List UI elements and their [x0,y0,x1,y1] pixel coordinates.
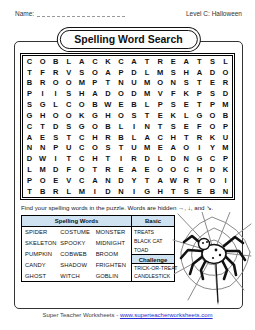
grid-cell: B [114,132,127,143]
grid-cell: I [36,89,49,100]
name-field: Name: [15,10,125,17]
grid-cell: M [141,89,154,100]
grid-cell: P [49,143,62,154]
spelling-word: FRIGHTEN [96,262,131,268]
grid-cell: T [193,56,206,67]
grid-cell: C [75,175,88,186]
grid-cell: O [49,78,62,89]
spelling-word: GHOST [25,273,60,279]
grid-cell: C [23,56,36,67]
grid-cell: K [75,110,88,121]
grid-cell: O [206,175,219,186]
grid-cell: N [114,78,127,89]
grid-cell: E [167,56,180,67]
footer: Super Teacher Worksheets - www.superteac… [0,312,255,318]
grid-cell: H [154,186,167,197]
grid-cell: O [206,110,219,121]
grid-cell: P [23,175,36,186]
grid-cell: D [206,67,219,78]
grid-cell: O [154,164,167,175]
grid-cell: N [219,186,232,197]
grid-cell: R [193,132,206,143]
grid-cell: L [219,56,232,67]
grid-cell: S [62,121,75,132]
grid-cell: M [219,143,232,154]
grid-cell: P [206,99,219,110]
basic-challenge-table: Basic TREATSBLACK CATTOAD Challenge TRIC… [131,215,175,282]
grid-cell: T [62,154,75,165]
grid-cell: R [219,78,232,89]
page-header: Name: Level C: Halloween [15,10,242,17]
instructions-text: Find your spelling words in the puzzle. … [21,204,238,211]
grid-cell: I [128,121,141,132]
grid-cell: O [62,110,75,121]
grid-cell: I [49,89,62,100]
spelling-word: GOBLIN [96,273,131,279]
grid-cell: T [167,186,180,197]
grid-cell: O [154,78,167,89]
name-blank-line[interactable] [37,10,125,17]
grid-cell: O [167,164,180,175]
grid-cell: F [62,164,75,175]
grid-cell: S [128,110,141,121]
grid-cell: T [141,110,154,121]
spelling-word: MIDNIGHT [96,240,131,246]
grid-cell: M [75,186,88,197]
grid-cell: E [49,175,62,186]
challenge-words-body: TRICK-OR-TREATCANDLESTICK [132,264,174,280]
spelling-words-header: Spelling Words [22,216,131,227]
grid-cell: I [193,143,206,154]
challenge-word: CANDLESTICK [134,273,174,279]
grid-cell: U [128,78,141,89]
grid-cell: S [23,99,36,110]
grid-cell: T [154,121,167,132]
grid-cell: H [180,67,193,78]
spelling-word: BROOM [96,251,131,257]
grid-cell: G [193,110,206,121]
grid-cell: B [101,121,114,132]
grid-cell: A [167,143,180,154]
grid-cell: O [75,164,88,175]
basic-word: BLACK CAT [134,238,174,244]
grid-cell: T [23,67,36,78]
grid-cell: L [114,121,127,132]
grid-cell: D [101,186,114,197]
grid-cell: D [49,121,62,132]
grid-cell: L [154,154,167,165]
grid-cell: T [114,143,127,154]
grid-cell: T [193,99,206,110]
challenge-word: TRICK-OR-TREAT [134,265,174,271]
grid-cell: R [49,186,62,197]
spelling-word: SKELETON [25,240,60,246]
grid-cell: R [49,67,62,78]
spelling-words-table: Spelling Words SPIDERCOSTUMEMONSTERSKELE… [21,215,132,282]
spelling-word: COSTUME [60,229,95,235]
grid-cell: S [167,121,180,132]
grid-cell: C [75,132,88,143]
grid-cell: W [167,175,180,186]
spelling-words-body: SPIDERCOSTUMEMONSTERSKELETONSPOOKYMIDNIG… [22,227,131,281]
spelling-word: CANDY [25,262,60,268]
grid-cell: T [141,56,154,67]
grid-cell: V [154,89,167,100]
grid-cell: H [101,110,114,121]
grid-cell: W [101,99,114,110]
footer-link[interactable]: www.superteacherworksheets.com [120,312,213,318]
spelling-word: SPOOKY [60,240,95,246]
word-row: PUMPKINCOBWEBBROOM [25,251,131,257]
grid-cell: K [219,164,232,175]
grid-cell: D [23,154,36,165]
grid-cell: O [88,121,101,132]
grid-cell: Y [128,175,141,186]
spelling-word: SPIDER [25,229,60,235]
grid-cell: L [128,132,141,143]
grid-cell: O [180,143,193,154]
grid-cell: A [88,175,101,186]
grid-cell: L [62,186,75,197]
grid-cell: O [88,67,101,78]
grid-cell: S [180,78,193,89]
grid-cell: A [75,56,88,67]
grid-cell: D [49,164,62,175]
basic-word: TOAD [134,247,174,253]
grid-cell: F [36,67,49,78]
grid-cell: I [219,175,232,186]
grid-cell: L [23,164,36,175]
grid-cell: E [180,99,193,110]
grid-cell: A [128,164,141,175]
grid-cell: D [114,175,127,186]
grid-cell: C [154,132,167,143]
grid-cell: P [193,89,206,100]
grid-cell: V [62,175,75,186]
word-row: SKELETONSPOOKYMIDNIGHT [25,240,131,246]
footer-text: Super Teacher Worksheets - [42,312,118,318]
grid-cell: M [219,99,232,110]
grid-cell: C [75,154,88,165]
word-grid: COBLACKCATREATSLTFRVSOAPDLMSHADOBROOMPTN… [20,53,235,200]
word-row: SPIDERCOSTUMEMONSTER [25,229,131,235]
grid-cell: H [36,110,49,121]
grid-cell: B [219,110,232,121]
grid-cell: L [62,56,75,67]
grid-cell: R [180,175,193,186]
grid-cell: O [36,56,49,67]
spelling-word: PUMPKIN [25,251,60,257]
grid-cell: D [206,164,219,175]
grid-cell: S [167,99,180,110]
grid-cell: T [88,164,101,175]
grid-cell: Y [206,143,219,154]
grid-cell: V [62,67,75,78]
grid-cell: O [49,110,62,121]
grid-cell: P [23,89,36,100]
grid-cell: A [101,67,114,78]
grid-cell: F [193,121,206,132]
grid-cell: U [128,143,141,154]
grid-cell: W [36,154,49,165]
grid-cell: C [88,56,101,67]
spider-web-illustration [172,212,252,305]
grid-cell: M [141,78,154,89]
grid-cell: O [36,175,49,186]
grid-cell: A [193,67,206,78]
grid-cell: E [206,78,219,89]
grid-cell: R [101,132,114,143]
grid-cell: T [193,175,206,186]
grid-cell: S [206,89,219,100]
grid-cell: T [141,175,154,186]
grid-cell: P [219,154,232,165]
grid-cell: T [193,78,206,89]
grid-cell: O [88,143,101,154]
name-label: Name: [15,10,34,17]
grid-cell: K [101,56,114,67]
grid-cell: P [219,121,232,132]
grid-cell: C [180,164,193,175]
grid-cell: R [36,78,49,89]
grid-cell: T [180,132,193,143]
grid-cell: N [167,78,180,89]
grid-cell: S [167,67,180,78]
grid-cell: P [88,78,101,89]
grid-cell: I [88,186,101,197]
grid-cell: B [206,186,219,197]
spelling-word: WITCH [60,273,95,279]
grid-cell: I [49,154,62,165]
grid-cell: N [180,154,193,165]
grid-cell: P [114,67,127,78]
grid-cell: O [114,89,127,100]
grid-cell: D [141,154,154,165]
grid-cell: D [167,154,180,165]
grid-cell: H [193,164,206,175]
grid-cell: B [88,99,101,110]
grid-cell: O [62,78,75,89]
grid-cell: E [141,164,154,175]
worksheet-frame: Spelling Word Search COBLACKCATREATSLTFR… [14,41,243,309]
basic-header: Basic [132,216,174,227]
level-label: Level C: Halloween [186,10,242,17]
grid-cell: T [36,121,49,132]
grid-cell: A [154,175,167,186]
grid-cell: H [88,154,101,165]
grid-cell: D [219,89,232,100]
grid-cell: C [23,121,36,132]
grid-cell: N [101,175,114,186]
grid-cell: C [62,99,75,110]
grid-cell: K [180,89,193,100]
grid-cell: A [141,132,154,143]
grid-cell: E [114,99,127,110]
grid-cell: C [75,143,88,154]
grid-cell: M [36,164,49,175]
grid-cell: H [75,89,88,100]
grid-cell: R [128,154,141,165]
grid-cell: G [193,154,206,165]
grid-cell: G [88,110,101,121]
grid-cell: H [88,132,101,143]
basic-words-body: TREATSBLACK CATTOAD [132,227,174,254]
grid-cell: A [128,56,141,67]
grid-cell: S [75,67,88,78]
grid-cell: S [62,89,75,100]
grid-cell: D [101,89,114,100]
grid-cell: E [36,132,49,143]
grid-cell: B [36,186,49,197]
grid-cell: E [154,110,167,121]
grid-cell: R [101,164,114,175]
word-row: GHOSTWITCHGOBLIN [25,273,131,279]
grid-cell: L [141,99,154,110]
grid-cell: T [23,186,36,197]
grid-cell: E [193,186,206,197]
grid-cell: M [75,78,88,89]
word-row: CANDYSHADOWFRIGHTEN [25,262,131,268]
grid-cell: C [114,56,127,67]
grid-cell: C [206,154,219,165]
challenge-header: Challenge [132,254,174,264]
grid-cell: E [154,143,167,154]
grid-cell: G [23,110,36,121]
grid-cell: U [62,143,75,154]
spelling-word: COBWEB [60,251,95,257]
grid-cell: L [49,99,62,110]
grid-cell: R [154,56,167,67]
grid-cell: G [141,186,154,197]
grid-cell: K [206,132,219,143]
grid-cell: S [206,56,219,67]
page-title: Spelling Word Search [59,30,197,49]
grid-cell: O [206,121,219,132]
grid-cell: K [167,110,180,121]
grid-cell: O [75,99,88,110]
grid-cell: I [128,186,141,197]
grid-cell: B [49,56,62,67]
grid-cell: D [128,67,141,78]
grid-cell: H [167,132,180,143]
basic-word: TREATS [134,229,174,235]
grid-cell: B [23,78,36,89]
grid-cell: O [114,110,127,121]
grid-cell: G [75,121,88,132]
grid-cell: E [180,121,193,132]
grid-cell: A [88,89,101,100]
grid-cell: D [128,89,141,100]
grid-cell: T [101,78,114,89]
grid-cell: N [141,121,154,132]
grid-cell: T [62,132,75,143]
grid-cell: S [101,143,114,154]
grid-cell: T [101,154,114,165]
grid-cell: N [114,186,127,197]
grid-cell: S [180,186,193,197]
grid-cell: A [180,56,193,67]
grid-cell: S [49,132,62,143]
grid-cell: N [23,143,36,154]
worksheet-page: { "game": "spelling word search (Hallowe… [0,0,255,330]
grid-cell: L [180,110,193,121]
word-list-tables: Spelling Words SPIDERCOSTUMEMONSTERSKELE… [21,215,175,282]
grid-cell: F [167,89,180,100]
grid-cell: L [141,67,154,78]
spelling-word: SHADOW [60,262,95,268]
grid-cell: O [219,67,232,78]
grid-cell: M [154,67,167,78]
grid-cell: G [36,99,49,110]
grid-cell: B [128,99,141,110]
grid-cell: M [141,143,154,154]
grid-cell: U [219,132,232,143]
grid-cell: A [23,132,36,143]
grid-cell: I [114,154,127,165]
spelling-word: MONSTER [96,229,131,235]
grid-cell: N [36,143,49,154]
grid-cell: P [154,99,167,110]
grid-cell: E [114,164,127,175]
